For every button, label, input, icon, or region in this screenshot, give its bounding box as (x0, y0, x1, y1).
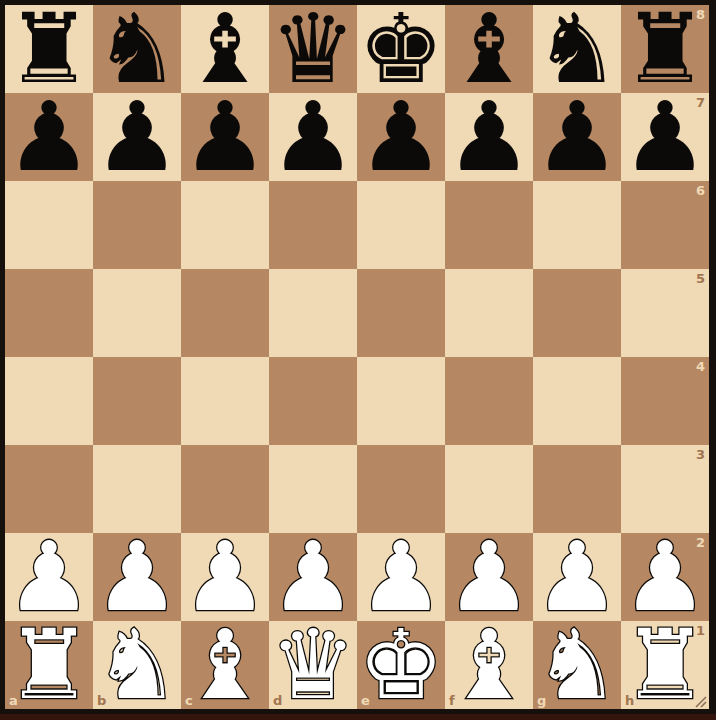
black-pawn-piece[interactable]: ♟ (94, 93, 180, 181)
square-f1[interactable]: ♝f (445, 621, 533, 709)
black-pawn-piece[interactable]: ♟ (534, 93, 620, 181)
black-pawn-piece[interactable]: ♟ (270, 93, 356, 181)
black-pawn-piece[interactable]: ♟ (446, 93, 532, 181)
board-resize-handle-icon[interactable] (693, 694, 707, 708)
square-a4[interactable] (5, 357, 93, 445)
square-a5[interactable] (5, 269, 93, 357)
square-e4[interactable] (357, 357, 445, 445)
square-h2[interactable]: ♟2 (621, 533, 709, 621)
square-g1[interactable]: ♞g (533, 621, 621, 709)
square-f3[interactable] (445, 445, 533, 533)
white-king-piece[interactable]: ♚ (358, 621, 444, 709)
square-g4[interactable] (533, 357, 621, 445)
black-pawn-piece[interactable]: ♟ (6, 93, 92, 181)
square-b6[interactable] (93, 181, 181, 269)
square-b2[interactable]: ♟ (93, 533, 181, 621)
square-c2[interactable]: ♟ (181, 533, 269, 621)
black-king-piece[interactable]: ♚ (358, 5, 444, 93)
square-h6[interactable]: 6 (621, 181, 709, 269)
square-f6[interactable] (445, 181, 533, 269)
square-b3[interactable] (93, 445, 181, 533)
white-queen-piece[interactable]: ♛ (270, 621, 356, 709)
square-e8[interactable]: ♚ (357, 5, 445, 93)
black-bishop-piece[interactable]: ♝ (446, 5, 532, 93)
square-b7[interactable]: ♟ (93, 93, 181, 181)
coord-file-c: c (185, 694, 193, 707)
coord-file-b: b (97, 694, 106, 707)
coord-file-e: e (361, 694, 370, 707)
square-d7[interactable]: ♟ (269, 93, 357, 181)
black-pawn-piece[interactable]: ♟ (358, 93, 444, 181)
coord-file-f: f (449, 694, 455, 707)
square-a6[interactable] (5, 181, 93, 269)
square-g3[interactable] (533, 445, 621, 533)
coord-rank-7: 7 (696, 96, 705, 109)
white-knight-piece[interactable]: ♞ (534, 621, 620, 709)
square-b4[interactable] (93, 357, 181, 445)
white-pawn-piece[interactable]: ♟ (6, 533, 92, 621)
black-knight-piece[interactable]: ♞ (94, 5, 180, 93)
square-d6[interactable] (269, 181, 357, 269)
square-g2[interactable]: ♟ (533, 533, 621, 621)
square-h5[interactable]: 5 (621, 269, 709, 357)
white-pawn-piece[interactable]: ♟ (182, 533, 268, 621)
white-pawn-piece[interactable]: ♟ (94, 533, 180, 621)
square-a8[interactable]: ♜ (5, 5, 93, 93)
coord-rank-1: 1 (696, 624, 705, 637)
white-bishop-piece[interactable]: ♝ (446, 621, 532, 709)
square-g6[interactable] (533, 181, 621, 269)
white-pawn-piece[interactable]: ♟ (270, 533, 356, 621)
black-queen-piece[interactable]: ♛ (270, 5, 356, 93)
square-e6[interactable] (357, 181, 445, 269)
coord-rank-5: 5 (696, 272, 705, 285)
square-d8[interactable]: ♛ (269, 5, 357, 93)
square-f8[interactable]: ♝ (445, 5, 533, 93)
square-c8[interactable]: ♝ (181, 5, 269, 93)
coord-rank-3: 3 (696, 448, 705, 461)
square-b5[interactable] (93, 269, 181, 357)
square-h8[interactable]: ♜8 (621, 5, 709, 93)
square-f2[interactable]: ♟ (445, 533, 533, 621)
coord-file-a: a (9, 694, 18, 707)
black-knight-piece[interactable]: ♞ (534, 5, 620, 93)
square-e1[interactable]: ♚e (357, 621, 445, 709)
black-pawn-piece[interactable]: ♟ (182, 93, 268, 181)
square-d5[interactable] (269, 269, 357, 357)
square-d3[interactable] (269, 445, 357, 533)
square-e5[interactable] (357, 269, 445, 357)
black-rook-piece[interactable]: ♜ (6, 5, 92, 93)
square-g7[interactable]: ♟ (533, 93, 621, 181)
coord-rank-4: 4 (696, 360, 705, 373)
coord-rank-6: 6 (696, 184, 705, 197)
square-f7[interactable]: ♟ (445, 93, 533, 181)
square-g8[interactable]: ♞ (533, 5, 621, 93)
coord-file-h: h (625, 694, 634, 707)
coord-rank-2: 2 (696, 536, 705, 549)
square-a7[interactable]: ♟ (5, 93, 93, 181)
square-h3[interactable]: 3 (621, 445, 709, 533)
square-a3[interactable] (5, 445, 93, 533)
white-pawn-piece[interactable]: ♟ (446, 533, 532, 621)
square-d2[interactable]: ♟ (269, 533, 357, 621)
coord-file-g: g (537, 694, 546, 707)
square-e7[interactable]: ♟ (357, 93, 445, 181)
square-e3[interactable] (357, 445, 445, 533)
coord-rank-8: 8 (696, 8, 705, 21)
board-frame: ♜♞♝♛♚♝♞♜8♟♟♟♟♟♟♟♟76543♟♟♟♟♟♟♟♟2♜a♞b♝c♛d♚… (0, 0, 716, 720)
square-c5[interactable] (181, 269, 269, 357)
square-c6[interactable] (181, 181, 269, 269)
square-c3[interactable] (181, 445, 269, 533)
chess-board[interactable]: ♜♞♝♛♚♝♞♜8♟♟♟♟♟♟♟♟76543♟♟♟♟♟♟♟♟2♜a♞b♝c♛d♚… (5, 5, 709, 709)
square-c7[interactable]: ♟ (181, 93, 269, 181)
square-b1[interactable]: ♞b (93, 621, 181, 709)
square-b8[interactable]: ♞ (93, 5, 181, 93)
white-knight-piece[interactable]: ♞ (94, 621, 180, 709)
square-h7[interactable]: ♟7 (621, 93, 709, 181)
white-rook-piece[interactable]: ♜ (6, 621, 92, 709)
coord-file-d: d (273, 694, 282, 707)
square-g5[interactable] (533, 269, 621, 357)
white-bishop-piece[interactable]: ♝ (182, 621, 268, 709)
square-h4[interactable]: 4 (621, 357, 709, 445)
square-e2[interactable]: ♟ (357, 533, 445, 621)
square-d4[interactable] (269, 357, 357, 445)
square-c1[interactable]: ♝c (181, 621, 269, 709)
square-f5[interactable] (445, 269, 533, 357)
square-d1[interactable]: ♛d (269, 621, 357, 709)
square-a1[interactable]: ♜a (5, 621, 93, 709)
white-pawn-piece[interactable]: ♟ (358, 533, 444, 621)
square-c4[interactable] (181, 357, 269, 445)
square-a2[interactable]: ♟ (5, 533, 93, 621)
white-pawn-piece[interactable]: ♟ (534, 533, 620, 621)
black-bishop-piece[interactable]: ♝ (182, 5, 268, 93)
square-f4[interactable] (445, 357, 533, 445)
